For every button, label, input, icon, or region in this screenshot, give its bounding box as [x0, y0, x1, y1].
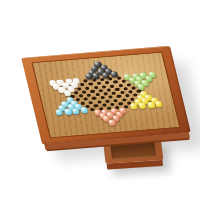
chinese-checkers-board: [21, 46, 190, 144]
marble-red[interactable]: [108, 119, 117, 126]
storage-drawer[interactable]: [103, 134, 164, 163]
board-surface: [31, 52, 180, 138]
product-photo: [0, 0, 200, 200]
drawer-recess: [110, 139, 156, 160]
board-cell: [108, 120, 117, 125]
star-grid: [33, 52, 180, 137]
